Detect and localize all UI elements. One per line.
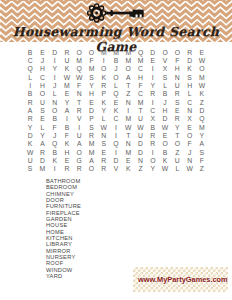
grid-cell-r10c7: W — [98, 124, 110, 132]
grid-cell-r1c4: R — [61, 49, 73, 57]
grid-cell-r10c8: I — [110, 124, 122, 132]
grid-cell-r3c13: H — [171, 66, 183, 74]
grid-cell-r10c12: W — [159, 124, 171, 132]
grid-cell-r13c5: O — [73, 149, 85, 157]
grid-cell-r10c6: S — [85, 124, 97, 132]
grid-cell-r10c3: F — [49, 124, 61, 132]
grid-cell-r5c10: F — [134, 82, 146, 90]
grid-cell-r12c4: K — [61, 141, 73, 149]
grid-cell-r7c13: S — [171, 99, 183, 107]
grid-cell-r12c9: N — [122, 141, 134, 149]
grid-cell-r8c12: H — [159, 107, 171, 115]
grid-cell-r13c13: Z — [171, 149, 183, 157]
grid-cell-r2c13: F — [171, 57, 183, 65]
grid-cell-r15c8: V — [110, 166, 122, 174]
grid-cell-r1c13: O — [171, 49, 183, 57]
grid-cell-r13c10: D — [134, 149, 146, 157]
grid-cell-r10c9: W — [122, 124, 134, 132]
grid-cell-r11c5: U — [73, 132, 85, 140]
grid-cell-r6c6: H — [85, 91, 97, 99]
grid-cell-r4c2: C — [36, 74, 48, 82]
grid-cell-r9c11: X — [147, 116, 159, 124]
grid-cell-r7c5: T — [73, 99, 85, 107]
grid-cell-r8c2: S — [36, 107, 48, 115]
grid-cell-r4c12: S — [159, 74, 171, 82]
grid-cell-r2c15: W — [196, 57, 208, 65]
grid-cell-r2c8: B — [110, 57, 122, 65]
grid-cell-r3c6: M — [85, 66, 97, 74]
grid-cell-r6c5: N — [73, 91, 85, 99]
grid-cell-r13c2: R — [36, 149, 48, 157]
grid-cell-r3c9: O — [122, 66, 134, 74]
grid-cell-r12c15: A — [196, 141, 208, 149]
grid-cell-r10c10: W — [134, 124, 146, 132]
grid-cell-r8c8: K — [110, 107, 122, 115]
grid-cell-r2c14: D — [183, 57, 195, 65]
grid-cell-r2c3: I — [49, 57, 61, 65]
grid-cell-r8c3: O — [49, 107, 61, 115]
grid-cell-r11c12: E — [159, 132, 171, 140]
grid-cell-r6c1: B — [24, 91, 36, 99]
grid-cell-r8c11: C — [147, 107, 159, 115]
grid-cell-r4c5: W — [73, 74, 85, 82]
grid-cell-r15c15: Z — [196, 166, 208, 174]
grid-cell-r4c7: K — [98, 74, 110, 82]
grid-cell-r7c6: E — [85, 99, 97, 107]
grid-cell-r15c4: R — [61, 166, 73, 174]
grid-cell-r3c15: O — [196, 66, 208, 74]
grid-cell-r12c3: Q — [49, 141, 61, 149]
grid-cell-r1c10: Q — [134, 49, 146, 57]
grid-cell-r4c11: I — [147, 74, 159, 82]
grid-cell-r11c11: R — [147, 132, 159, 140]
grid-cell-r1c6: O — [85, 49, 97, 57]
grid-cell-r6c11: R — [147, 91, 159, 99]
grid-cell-r5c7: R — [98, 82, 110, 90]
grid-cell-r1c2: E — [36, 49, 48, 57]
grid-cell-r15c13: L — [171, 166, 183, 174]
grid-cell-r11c10: U — [134, 132, 146, 140]
grid-cell-r5c9: T — [122, 82, 134, 90]
grid-cell-r12c2: A — [36, 141, 48, 149]
grid-cell-r13c15: S — [196, 149, 208, 157]
grid-cell-r5c14: H — [183, 82, 195, 90]
grid-cell-r3c14: K — [183, 66, 195, 74]
grid-cell-r2c12: V — [159, 57, 171, 65]
grid-cell-r4c4: W — [61, 74, 73, 82]
grid-cell-r14c11: O — [147, 157, 159, 165]
grid-cell-r7c8: E — [110, 99, 122, 107]
grid-cell-r14c9: E — [122, 157, 134, 165]
grid-cell-r4c14: S — [183, 74, 195, 82]
grid-cell-r8c9: I — [122, 107, 134, 115]
grid-cell-r2c4: U — [61, 57, 73, 65]
grid-cell-r9c4: I — [61, 116, 73, 124]
grid-cell-r4c8: O — [110, 74, 122, 82]
grid-cell-r13c3: B — [49, 149, 61, 157]
grid-cell-r3c12: X — [159, 66, 171, 74]
grid-cell-r11c13: T — [171, 132, 183, 140]
grid-cell-r4c1: L — [24, 74, 36, 82]
grid-cell-r3c5: Q — [73, 66, 85, 74]
grid-cell-r5c6: Y — [85, 82, 97, 90]
grid-cell-r6c14: L — [183, 91, 195, 99]
word-list-item: FURNITURE — [46, 203, 81, 209]
grid-cell-r2c10: M — [134, 57, 146, 65]
grid-cell-r7c3: N — [49, 99, 61, 107]
grid-cell-r10c5: I — [73, 124, 85, 132]
grid-cell-r8c4: A — [61, 107, 73, 115]
skeleton-key-icon — [85, 1, 147, 25]
grid-cell-r3c11: I — [147, 66, 159, 74]
grid-cell-r7c2: U — [36, 99, 48, 107]
grid-cell-r1c5: O — [73, 49, 85, 57]
grid-cell-r11c14: O — [183, 132, 195, 140]
grid-cell-r13c7: E — [98, 149, 110, 157]
grid-cell-r7c11: I — [147, 99, 159, 107]
grid-cell-r15c2: M — [36, 166, 48, 174]
grid-cell-r15c3: I — [49, 166, 61, 174]
grid-cell-r9c5: V — [73, 116, 85, 124]
grid-cell-r15c6: O — [85, 166, 97, 174]
grid-cell-r1c11: D — [147, 49, 159, 57]
grid-cell-r6c10: C — [134, 91, 146, 99]
grid-cell-r12c5: A — [73, 141, 85, 149]
puzzle-page: Housewarming Word Search Game BEDROOMMMQ… — [0, 0, 232, 300]
grid-cell-r9c8: C — [110, 116, 122, 124]
grid-cell-r7c9: N — [122, 99, 134, 107]
grid-cell-r1c15: E — [196, 49, 208, 57]
grid-cell-r10c4: B — [61, 124, 73, 132]
grid-cell-r14c4: E — [61, 157, 73, 165]
grid-cell-r3c4: K — [61, 66, 73, 74]
grid-cell-r15c10: Z — [134, 166, 146, 174]
grid-cell-r14c6: A — [85, 157, 97, 165]
grid-cell-r9c15: Q — [196, 116, 208, 124]
grid-cell-r14c14: N — [183, 157, 195, 165]
grid-cell-r5c5: F — [73, 82, 85, 90]
grid-cell-r4c3: I — [49, 74, 61, 82]
grid-cell-r3c10: C — [134, 66, 146, 74]
grid-cell-r2c5: M — [73, 57, 85, 65]
grid-cell-r9c6: P — [85, 116, 97, 124]
grid-cell-r14c8: D — [110, 157, 122, 165]
grid-cell-r15c14: W — [183, 166, 195, 174]
grid-cell-r5c12: L — [159, 82, 171, 90]
grid-cell-r5c2: H — [36, 82, 48, 90]
grid-cell-r9c14: X — [183, 116, 195, 124]
grid-cell-r1c7: M — [98, 49, 110, 57]
footer-site-url: www.MyPartyGames.com — [138, 275, 228, 284]
grid-cell-r15c7: R — [98, 166, 110, 174]
grid-cell-r5c3: J — [49, 82, 61, 90]
grid-cell-r13c9: M — [122, 149, 134, 157]
grid-cell-r15c5: R — [73, 166, 85, 174]
grid-cell-r8c10: T — [134, 107, 146, 115]
grid-cell-r3c2: H — [36, 66, 48, 74]
grid-cell-r11c6: R — [85, 132, 97, 140]
grid-cell-r13c6: M — [85, 149, 97, 157]
grid-cell-r8c1: A — [24, 107, 36, 115]
grid-cell-r11c2: Y — [36, 132, 48, 140]
grid-cell-r6c4: E — [61, 91, 73, 99]
grid-cell-r15c12: W — [159, 166, 171, 174]
grid-cell-r14c10: N — [134, 157, 146, 165]
grid-cell-r2c9: M — [122, 57, 134, 65]
grid-cell-r8c14: N — [183, 107, 195, 115]
grid-cell-r14c15: F — [196, 157, 208, 165]
grid-cell-r8c6: D — [85, 107, 97, 115]
grid-cell-r7c12: J — [159, 99, 171, 107]
grid-cell-r13c11: I — [147, 149, 159, 157]
grid-cell-r14c5: G — [73, 157, 85, 165]
grid-cell-r8c7: Y — [98, 107, 110, 115]
grid-cell-r5c1: I — [24, 82, 36, 90]
grid-cell-r10c11: B — [147, 124, 159, 132]
grid-cell-r2c7: I — [98, 57, 110, 65]
grid-cell-r13c4: H — [61, 149, 73, 157]
grid-cell-r10c1: Y — [24, 124, 36, 132]
grid-cell-r3c3: Y — [49, 66, 61, 74]
grid-cell-r11c7: N — [98, 132, 110, 140]
grid-cell-r6c8: Q — [110, 91, 122, 99]
grid-cell-r6c2: O — [36, 91, 48, 99]
grid-cell-r13c8: I — [110, 149, 122, 157]
grid-cell-r12c12: O — [159, 141, 171, 149]
grid-cell-r7c7: K — [98, 99, 110, 107]
word-list: BATHROOMBEDROOMCHIMNEYDOORFURNITUREFIREP… — [46, 178, 81, 280]
grid-cell-r6c13: R — [171, 91, 183, 99]
grid-cell-r12c8: Q — [110, 141, 122, 149]
grid-cell-r1c9: M — [122, 49, 134, 57]
grid-cell-r5c15: W — [196, 82, 208, 90]
grid-cell-r7c10: M — [134, 99, 146, 107]
grid-cell-r6c3: L — [49, 91, 61, 99]
grid-cell-r7c15: Z — [196, 99, 208, 107]
grid-cell-r9c9: M — [122, 116, 134, 124]
grid-cell-r12c7: S — [98, 141, 110, 149]
grid-cell-r9c12: D — [159, 116, 171, 124]
grid-cell-r2c11: E — [147, 57, 159, 65]
grid-cell-r7c4: Y — [61, 99, 73, 107]
header-chevron-banner: Housewarming Word Search Game — [0, 0, 232, 42]
grid-cell-r12c13: O — [171, 141, 183, 149]
grid-cell-r9c7: L — [98, 116, 110, 124]
grid-cell-r5c4: M — [61, 82, 73, 90]
grid-cell-r6c15: K — [196, 91, 208, 99]
grid-cell-r3c1: Q — [24, 66, 36, 74]
grid-cell-r11c1: D — [24, 132, 36, 140]
grid-cell-r6c7: P — [98, 91, 110, 99]
grid-cell-r8c15: D — [196, 107, 208, 115]
grid-cell-r10c15: M — [196, 124, 208, 132]
grid-cell-r1c12: O — [159, 49, 171, 57]
grid-cell-r3c7: O — [98, 66, 110, 74]
grid-cell-r7c1: R — [24, 99, 36, 107]
grid-cell-r2c2: J — [36, 57, 48, 65]
grid-cell-r8c5: R — [73, 107, 85, 115]
grid-cell-r11c3: J — [49, 132, 61, 140]
grid-cell-r12c10: D — [134, 141, 146, 149]
grid-cell-r10c2: L — [36, 124, 48, 132]
grid-cell-r9c2: E — [36, 116, 48, 124]
grid-cell-r2c1: C — [24, 57, 36, 65]
grid-cell-r3c8: J — [110, 66, 122, 74]
grid-cell-r11c8: I — [110, 132, 122, 140]
grid-cell-r1c1: B — [24, 49, 36, 57]
grid-cell-r14c7: R — [98, 157, 110, 165]
word-list-item: BEDROOM — [46, 184, 81, 190]
grid-cell-r12c1: K — [24, 141, 36, 149]
grid-cell-r14c2: D — [36, 157, 48, 165]
grid-cell-r12c11: R — [147, 141, 159, 149]
grid-cell-r11c4: F — [61, 132, 73, 140]
grid-cell-r15c11: Y — [147, 166, 159, 174]
grid-cell-r5c11: Y — [147, 82, 159, 90]
grid-cell-r12c14: F — [183, 141, 195, 149]
grid-cell-r5c13: U — [171, 82, 183, 90]
grid-cell-r10c13: Y — [171, 124, 183, 132]
grid-cell-r4c9: A — [122, 74, 134, 82]
grid-cell-r1c8: M — [110, 49, 122, 57]
grid-cell-r1c14: R — [183, 49, 195, 57]
grid-cell-r11c9: T — [122, 132, 134, 140]
footer-watermark: www.MyPartyGames.com — [133, 267, 228, 292]
grid-cell-r12c6: M — [85, 141, 97, 149]
grid-cell-r9c10: U — [134, 116, 146, 124]
grid-cell-r6c9: Z — [122, 91, 134, 99]
grid-cell-r9c13: R — [171, 116, 183, 124]
word-search-grid: BEDROOMMMQDOORECJIUMFIBMMEVFDWQHYKQMOJOC… — [24, 49, 208, 174]
grid-cell-r15c1: S — [24, 166, 36, 174]
grid-cell-r13c14: J — [183, 149, 195, 157]
grid-cell-r5c8: L — [110, 82, 122, 90]
grid-cell-r6c12: B — [159, 91, 171, 99]
grid-cell-r14c12: K — [159, 157, 171, 165]
grid-cell-r14c1: U — [24, 157, 36, 165]
grid-cell-r11c15: Y — [196, 132, 208, 140]
grid-cell-r13c1: W — [24, 149, 36, 157]
grid-cell-r9c1: R — [24, 116, 36, 124]
grid-cell-r4c10: H — [134, 74, 146, 82]
grid-cell-r13c12: B — [159, 149, 171, 157]
grid-cell-r8c13: E — [171, 107, 183, 115]
word-list-item: YARD — [46, 273, 81, 279]
grid-cell-r9c3: B — [49, 116, 61, 124]
grid-cell-r1c3: D — [49, 49, 61, 57]
grid-cell-r4c15: M — [196, 74, 208, 82]
grid-cell-r2c6: F — [85, 57, 97, 65]
grid-cell-r7c14: C — [183, 99, 195, 107]
grid-cell-r14c3: K — [49, 157, 61, 165]
grid-cell-r15c9: K — [122, 166, 134, 174]
grid-cell-r14c13: U — [171, 157, 183, 165]
grid-cell-r10c14: E — [183, 124, 195, 132]
grid-cell-r4c6: S — [85, 74, 97, 82]
grid-cell-r4c13: N — [171, 74, 183, 82]
